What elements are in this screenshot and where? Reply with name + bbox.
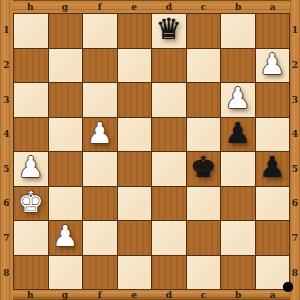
chess-board: ♛♟♟♟♟♟♚♟♚♟	[13, 13, 290, 290]
coordinate-label: f	[82, 289, 117, 300]
square-b7[interactable]	[221, 221, 255, 255]
coordinate-label: g	[48, 0, 83, 13]
white-king[interactable]: ♚	[18, 188, 44, 217]
coordinate-label: d	[152, 289, 187, 300]
square-a7[interactable]	[256, 221, 290, 255]
coordinate-label: e	[117, 0, 152, 13]
frame-left-rail	[0, 0, 13, 300]
square-b2[interactable]	[221, 49, 255, 83]
square-g6[interactable]	[49, 187, 83, 221]
square-f4[interactable]: ♟	[83, 118, 117, 152]
square-b5[interactable]	[221, 152, 255, 186]
coordinate-label: c	[186, 0, 221, 13]
square-c8[interactable]	[187, 256, 221, 290]
square-f8[interactable]	[83, 256, 117, 290]
coordinate-label: f	[82, 0, 117, 13]
square-g8[interactable]	[49, 256, 83, 290]
square-d1[interactable]: ♛	[152, 14, 186, 48]
square-a6[interactable]	[256, 187, 290, 221]
square-d7[interactable]	[152, 221, 186, 255]
square-h8[interactable]	[14, 256, 48, 290]
square-h5[interactable]: ♟	[14, 152, 48, 186]
side-to-move-indicator	[283, 282, 293, 292]
square-a4[interactable]	[256, 118, 290, 152]
square-h2[interactable]	[14, 49, 48, 83]
square-c1[interactable]	[187, 14, 221, 48]
square-e3[interactable]	[118, 83, 152, 117]
frame-right-rail	[290, 0, 300, 300]
chess-board-widget: hgfedcba hgfedcba 12345678 12345678 ♛♟♟♟…	[0, 0, 300, 300]
square-c2[interactable]	[187, 49, 221, 83]
file-labels-bottom: hgfedcba	[13, 289, 290, 300]
square-e6[interactable]	[118, 187, 152, 221]
square-c3[interactable]	[187, 83, 221, 117]
square-h4[interactable]	[14, 118, 48, 152]
square-c6[interactable]	[187, 187, 221, 221]
square-a5[interactable]: ♟	[256, 152, 290, 186]
square-d4[interactable]	[152, 118, 186, 152]
square-c4[interactable]	[187, 118, 221, 152]
black-pawn[interactable]: ♟	[225, 119, 251, 148]
square-h6[interactable]: ♚	[14, 187, 48, 221]
square-g3[interactable]	[49, 83, 83, 117]
square-e1[interactable]	[118, 14, 152, 48]
square-e4[interactable]	[118, 118, 152, 152]
coordinate-label: b	[221, 0, 256, 13]
square-g7[interactable]: ♟	[49, 221, 83, 255]
white-pawn[interactable]: ♟	[52, 222, 78, 251]
square-e5[interactable]	[118, 152, 152, 186]
square-b3[interactable]: ♟	[221, 83, 255, 117]
square-h1[interactable]	[14, 14, 48, 48]
square-a1[interactable]	[256, 14, 290, 48]
square-b4[interactable]: ♟	[221, 118, 255, 152]
square-c7[interactable]	[187, 221, 221, 255]
square-e8[interactable]	[118, 256, 152, 290]
square-f3[interactable]	[83, 83, 117, 117]
white-pawn[interactable]: ♟	[18, 153, 44, 182]
coordinate-label: g	[48, 289, 83, 300]
white-pawn[interactable]: ♟	[87, 119, 113, 148]
square-g4[interactable]	[49, 118, 83, 152]
square-g1[interactable]	[49, 14, 83, 48]
black-queen[interactable]: ♛	[156, 15, 182, 44]
square-f1[interactable]	[83, 14, 117, 48]
square-h3[interactable]	[14, 83, 48, 117]
square-d2[interactable]	[152, 49, 186, 83]
coordinate-label: d	[152, 0, 187, 13]
file-labels-top: hgfedcba	[13, 0, 290, 13]
coordinate-label: h	[13, 289, 48, 300]
square-f6[interactable]	[83, 187, 117, 221]
coordinate-label: b	[221, 289, 256, 300]
square-d8[interactable]	[152, 256, 186, 290]
square-f7[interactable]	[83, 221, 117, 255]
square-d5[interactable]	[152, 152, 186, 186]
square-g2[interactable]	[49, 49, 83, 83]
square-e7[interactable]	[118, 221, 152, 255]
square-e2[interactable]	[118, 49, 152, 83]
square-b8[interactable]	[221, 256, 255, 290]
square-d3[interactable]	[152, 83, 186, 117]
square-b1[interactable]	[221, 14, 255, 48]
white-pawn[interactable]: ♟	[259, 50, 285, 79]
white-pawn[interactable]: ♟	[225, 84, 251, 113]
square-b6[interactable]	[221, 187, 255, 221]
square-g5[interactable]	[49, 152, 83, 186]
coordinate-label: h	[13, 0, 48, 13]
square-c5[interactable]: ♚	[187, 152, 221, 186]
coordinate-label: c	[186, 289, 221, 300]
square-f2[interactable]	[83, 49, 117, 83]
black-king[interactable]: ♚	[190, 153, 216, 182]
square-a3[interactable]	[256, 83, 290, 117]
square-a2[interactable]: ♟	[256, 49, 290, 83]
square-d6[interactable]	[152, 187, 186, 221]
coordinate-label: a	[255, 0, 290, 13]
square-h7[interactable]	[14, 221, 48, 255]
coordinate-label: e	[117, 289, 152, 300]
black-pawn[interactable]: ♟	[259, 153, 285, 182]
square-f5[interactable]	[83, 152, 117, 186]
